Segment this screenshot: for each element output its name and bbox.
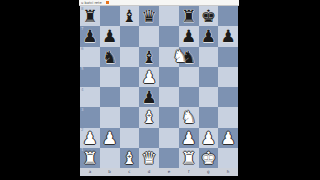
black-king-piece[interactable]: ♚	[199, 6, 219, 26]
square-h7[interactable]: ♟	[218, 26, 238, 46]
file-label-c: c	[120, 168, 140, 176]
white-pawn-piece[interactable]: ♟	[199, 128, 219, 148]
square-g3[interactable]	[199, 107, 219, 127]
video-frame: u batci rete 8♜♝♛♜♚7♟♟♟♟♟6♞♝♞5♟4♟3♝♞2♟♟♟…	[0, 0, 320, 180]
square-d7[interactable]	[139, 26, 159, 46]
white-king-piece[interactable]: ♚	[199, 148, 219, 168]
file-label-b: b	[100, 168, 120, 176]
black-knight-piece[interactable]: ♞	[100, 47, 120, 67]
square-h8[interactable]	[218, 6, 238, 26]
rank-label-5: 5	[81, 67, 84, 71]
rank-label-1: 1	[81, 148, 84, 152]
square-d6[interactable]: ♝	[139, 47, 159, 67]
square-d5[interactable]: ♟	[139, 67, 159, 87]
rank-label-4: 4	[81, 88, 84, 92]
square-e7[interactable]	[159, 26, 179, 46]
square-h2[interactable]: ♟	[218, 128, 238, 148]
square-f1[interactable]: ♜	[179, 148, 199, 168]
file-label-e: e	[159, 168, 179, 176]
rank-label-6: 6	[81, 47, 84, 51]
square-g8[interactable]: ♚	[199, 6, 219, 26]
square-d2[interactable]	[139, 128, 159, 148]
square-e5[interactable]	[159, 67, 179, 87]
black-pawn-piece[interactable]: ♟	[218, 26, 238, 46]
square-c2[interactable]	[120, 128, 140, 148]
square-f3[interactable]: ♞	[179, 107, 199, 127]
square-c7[interactable]	[120, 26, 140, 46]
file-label-d: d	[139, 168, 159, 176]
black-pawn-piece[interactable]: ♟	[139, 87, 159, 107]
square-c5[interactable]	[120, 67, 140, 87]
white-bishop-piece[interactable]: ♝	[139, 107, 159, 127]
file-label-f: f	[179, 168, 199, 176]
square-b7[interactable]: ♟	[100, 26, 120, 46]
rank-label-2: 2	[81, 128, 84, 132]
tab-favicon-icon	[106, 1, 109, 4]
square-e2[interactable]	[159, 128, 179, 148]
black-pawn-piece[interactable]: ♟	[100, 26, 120, 46]
white-rook-piece[interactable]: ♜	[179, 148, 199, 168]
square-b8[interactable]	[100, 6, 120, 26]
square-b3[interactable]	[100, 107, 120, 127]
white-pawn-piece[interactable]: ♟	[218, 128, 238, 148]
black-pawn-piece[interactable]: ♟	[199, 26, 219, 46]
file-labels-strip: abcdefgh	[80, 168, 238, 176]
square-b4[interactable]	[100, 87, 120, 107]
square-d4[interactable]: ♟	[139, 87, 159, 107]
square-a8[interactable]: 8♜	[80, 6, 100, 26]
black-bishop-piece[interactable]: ♝	[120, 6, 140, 26]
tab-title: u batci rete	[81, 0, 102, 5]
square-e8[interactable]	[159, 6, 179, 26]
square-f7[interactable]: ♟	[179, 26, 199, 46]
square-d8[interactable]: ♛	[139, 6, 159, 26]
square-a1[interactable]: 1♜	[80, 148, 100, 168]
square-c4[interactable]	[120, 87, 140, 107]
rank-label-3: 3	[81, 108, 84, 112]
square-c1[interactable]: ♝	[120, 148, 140, 168]
square-a5[interactable]: 5	[80, 67, 100, 87]
white-knight-piece[interactable]: ♞	[179, 107, 199, 127]
black-bishop-piece[interactable]: ♝	[139, 47, 159, 67]
square-f2[interactable]: ♟	[179, 128, 199, 148]
file-label-a: a	[80, 168, 100, 176]
square-e3[interactable]	[159, 107, 179, 127]
square-f8[interactable]: ♜	[179, 6, 199, 26]
square-h6[interactable]	[218, 47, 238, 67]
square-h5[interactable]	[218, 67, 238, 87]
square-g7[interactable]: ♟	[199, 26, 219, 46]
square-e1[interactable]	[159, 148, 179, 168]
square-a7[interactable]: 7♟	[80, 26, 100, 46]
square-h4[interactable]	[218, 87, 238, 107]
square-h1[interactable]	[218, 148, 238, 168]
square-g4[interactable]	[199, 87, 219, 107]
square-g2[interactable]: ♟	[199, 128, 219, 148]
file-label-h: h	[218, 168, 238, 176]
white-pawn-piece[interactable]: ♟	[100, 128, 120, 148]
square-c8[interactable]: ♝	[120, 6, 140, 26]
chess-board: 8♜♝♛♜♚7♟♟♟♟♟6♞♝♞5♟4♟3♝♞2♟♟♟♟♟1♜♝♛♜♚♞	[80, 6, 238, 168]
square-h3[interactable]	[218, 107, 238, 127]
square-a2[interactable]: 2♟	[80, 128, 100, 148]
square-g5[interactable]	[199, 67, 219, 87]
square-d1[interactable]: ♛	[139, 148, 159, 168]
square-b2[interactable]: ♟	[100, 128, 120, 148]
black-queen-piece[interactable]: ♛	[139, 6, 159, 26]
square-f5[interactable]	[179, 67, 199, 87]
square-b6[interactable]: ♞	[100, 47, 120, 67]
square-a3[interactable]: 3	[80, 107, 100, 127]
square-b5[interactable]	[100, 67, 120, 87]
file-label-g: g	[199, 168, 219, 176]
square-c6[interactable]	[120, 47, 140, 67]
square-b1[interactable]	[100, 148, 120, 168]
square-e4[interactable]	[159, 87, 179, 107]
floating-white-knight-piece[interactable]: ♞	[170, 46, 190, 66]
white-pawn-piece[interactable]: ♟	[179, 128, 199, 148]
square-a6[interactable]: 6	[80, 47, 100, 67]
square-g1[interactable]: ♚	[199, 148, 219, 168]
black-rook-piece[interactable]: ♜	[179, 6, 199, 26]
white-pawn-piece[interactable]: ♟	[139, 67, 159, 87]
white-queen-piece[interactable]: ♛	[139, 148, 159, 168]
square-c3[interactable]	[120, 107, 140, 127]
white-bishop-piece[interactable]: ♝	[120, 148, 140, 168]
rank-label-7: 7	[81, 27, 84, 31]
black-pawn-piece[interactable]: ♟	[179, 26, 199, 46]
rank-label-8: 8	[81, 7, 84, 11]
square-f4[interactable]	[179, 87, 199, 107]
square-a4[interactable]: 4	[80, 87, 100, 107]
square-d3[interactable]: ♝	[139, 107, 159, 127]
square-g6[interactable]	[199, 47, 219, 67]
